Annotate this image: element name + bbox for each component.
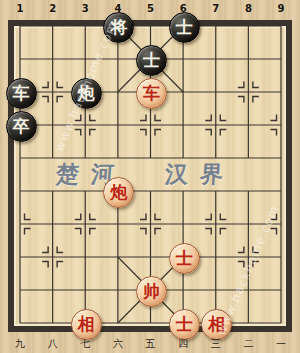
piece-red-advisor[interactable]: 士 [169, 309, 200, 340]
bottom-file-label-7: 三 [211, 337, 221, 351]
piece-red-chariot[interactable]: 车 [136, 78, 167, 109]
river-label-han-jie: 汉界 [164, 161, 236, 189]
piece-black-advisor[interactable]: 士 [136, 45, 167, 76]
piece-black-chariot[interactable]: 车 [6, 78, 37, 109]
bottom-file-label-5: 五 [146, 337, 156, 351]
bottom-file-label-1: 九 [15, 337, 25, 351]
xiangqi-board-screenshot: 123456789 楚河 汉界 将士士车炮卒车炮士帅相士相 九八七六五四三二一 … [0, 0, 300, 353]
bottom-file-label-3: 七 [80, 337, 90, 351]
bottom-file-label-9: 一 [276, 337, 286, 351]
bottom-file-label-4: 六 [113, 337, 123, 351]
piece-black-advisor[interactable]: 士 [169, 12, 200, 43]
piece-black-soldier[interactable]: 卒 [6, 111, 37, 142]
piece-black-cannon[interactable]: 炮 [71, 78, 102, 109]
piece-black-general[interactable]: 将 [103, 12, 134, 43]
piece-red-elephant[interactable]: 相 [71, 309, 102, 340]
bottom-file-label-6: 四 [178, 337, 188, 351]
bottom-file-label-2: 八 [48, 337, 58, 351]
piece-red-advisor[interactable]: 士 [169, 243, 200, 274]
piece-red-general[interactable]: 帅 [136, 276, 167, 307]
piece-red-cannon[interactable]: 炮 [103, 177, 134, 208]
piece-red-elephant[interactable]: 相 [201, 309, 232, 340]
bottom-file-label-8: 二 [243, 337, 253, 351]
